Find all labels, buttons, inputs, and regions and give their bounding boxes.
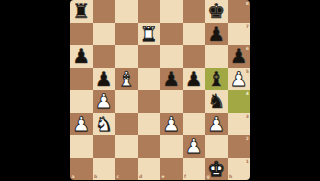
square-a3[interactable]: ♟: [70, 113, 93, 136]
square-b7[interactable]: [93, 23, 116, 46]
square-h5[interactable]: ♟5: [228, 68, 251, 91]
piece-white-pawn[interactable]: ♟: [228, 68, 251, 91]
square-h6[interactable]: ♟6: [228, 45, 251, 68]
piece-black-pawn[interactable]: ♟: [183, 68, 206, 91]
square-g6[interactable]: [205, 45, 228, 68]
square-f7[interactable]: [183, 23, 206, 46]
rank-label-8: 8: [246, 1, 249, 6]
piece-white-pawn[interactable]: ♟: [183, 135, 206, 158]
square-e6[interactable]: [160, 45, 183, 68]
square-g3[interactable]: ♟: [205, 113, 228, 136]
piece-black-pawn[interactable]: ♟: [160, 68, 183, 91]
piece-black-rook[interactable]: ♜: [70, 0, 93, 23]
square-h2[interactable]: 2: [228, 135, 251, 158]
square-e4[interactable]: [160, 90, 183, 113]
piece-black-knight[interactable]: ♞: [205, 90, 228, 113]
square-d6[interactable]: [138, 45, 161, 68]
square-a6[interactable]: ♟: [70, 45, 93, 68]
rank-label-1: 1: [246, 159, 249, 164]
square-f6[interactable]: [183, 45, 206, 68]
piece-black-pawn[interactable]: ♟: [205, 23, 228, 46]
square-f5[interactable]: ♟: [183, 68, 206, 91]
file-label-e: e: [162, 174, 165, 179]
file-label-d: d: [139, 174, 142, 179]
square-d1[interactable]: d: [138, 158, 161, 181]
square-d8[interactable]: [138, 0, 161, 23]
file-label-b: b: [94, 174, 97, 179]
rank-label-4: 4: [246, 91, 249, 96]
square-b8[interactable]: [93, 0, 116, 23]
square-b4[interactable]: ♟: [93, 90, 116, 113]
square-d2[interactable]: [138, 135, 161, 158]
file-label-f: f: [184, 174, 186, 179]
square-d7[interactable]: ♜: [138, 23, 161, 46]
square-e7[interactable]: [160, 23, 183, 46]
square-c1[interactable]: c: [115, 158, 138, 181]
square-h1[interactable]: 1h: [228, 158, 251, 181]
file-label-a: a: [72, 174, 75, 179]
piece-black-pawn[interactable]: ♟: [228, 45, 251, 68]
square-f2[interactable]: ♟: [183, 135, 206, 158]
file-label-c: c: [117, 174, 120, 179]
square-b2[interactable]: [93, 135, 116, 158]
piece-white-pawn[interactable]: ♟: [160, 113, 183, 136]
square-f4[interactable]: [183, 90, 206, 113]
square-h4[interactable]: 4: [228, 90, 251, 113]
square-f3[interactable]: [183, 113, 206, 136]
piece-white-pawn[interactable]: ♟: [70, 113, 93, 136]
piece-black-pawn[interactable]: ♟: [70, 45, 93, 68]
square-c4[interactable]: [115, 90, 138, 113]
square-b3[interactable]: ♞: [93, 113, 116, 136]
square-g4[interactable]: ♞: [205, 90, 228, 113]
piece-black-bishop[interactable]: ♝: [205, 68, 228, 91]
square-a7[interactable]: [70, 23, 93, 46]
square-g5[interactable]: ♝: [205, 68, 228, 91]
square-e2[interactable]: [160, 135, 183, 158]
piece-white-rook[interactable]: ♜: [138, 23, 161, 46]
square-e3[interactable]: ♟: [160, 113, 183, 136]
square-c3[interactable]: [115, 113, 138, 136]
piece-black-king[interactable]: ♚: [205, 0, 228, 23]
square-g2[interactable]: [205, 135, 228, 158]
piece-white-knight[interactable]: ♞: [93, 113, 116, 136]
square-c6[interactable]: [115, 45, 138, 68]
piece-white-king[interactable]: ♚: [205, 158, 228, 181]
square-a2[interactable]: [70, 135, 93, 158]
letterbox-background: ♜♚8♜♟7♟♟6♟♝♟♟♝♟5♟♞4♟♞♟♟3♟2abcdef♚g1h: [0, 0, 320, 180]
chess-board[interactable]: ♜♚8♜♟7♟♟6♟♝♟♟♝♟5♟♞4♟♞♟♟3♟2abcdef♚g1h: [70, 0, 250, 180]
square-e1[interactable]: e: [160, 158, 183, 181]
rank-label-3: 3: [246, 114, 249, 119]
square-d3[interactable]: [138, 113, 161, 136]
square-c2[interactable]: [115, 135, 138, 158]
rank-label-2: 2: [246, 136, 249, 141]
square-g8[interactable]: ♚: [205, 0, 228, 23]
square-b5[interactable]: ♟: [93, 68, 116, 91]
piece-white-pawn[interactable]: ♟: [205, 113, 228, 136]
piece-white-pawn[interactable]: ♟: [93, 90, 116, 113]
square-h7[interactable]: 7: [228, 23, 251, 46]
piece-white-bishop[interactable]: ♝: [115, 68, 138, 91]
square-c7[interactable]: [115, 23, 138, 46]
square-d4[interactable]: [138, 90, 161, 113]
file-label-h: h: [229, 174, 232, 179]
square-g1[interactable]: ♚g: [205, 158, 228, 181]
square-h8[interactable]: 8: [228, 0, 251, 23]
square-b6[interactable]: [93, 45, 116, 68]
square-c8[interactable]: [115, 0, 138, 23]
rank-label-7: 7: [246, 24, 249, 29]
square-h3[interactable]: 3: [228, 113, 251, 136]
square-a1[interactable]: a: [70, 158, 93, 181]
square-b1[interactable]: b: [93, 158, 116, 181]
square-f8[interactable]: [183, 0, 206, 23]
square-c5[interactable]: ♝: [115, 68, 138, 91]
square-e5[interactable]: ♟: [160, 68, 183, 91]
square-a8[interactable]: ♜: [70, 0, 93, 23]
square-f1[interactable]: f: [183, 158, 206, 181]
piece-black-pawn[interactable]: ♟: [93, 68, 116, 91]
square-a5[interactable]: [70, 68, 93, 91]
square-d5[interactable]: [138, 68, 161, 91]
square-e8[interactable]: [160, 0, 183, 23]
square-a4[interactable]: [70, 90, 93, 113]
square-g7[interactable]: ♟: [205, 23, 228, 46]
